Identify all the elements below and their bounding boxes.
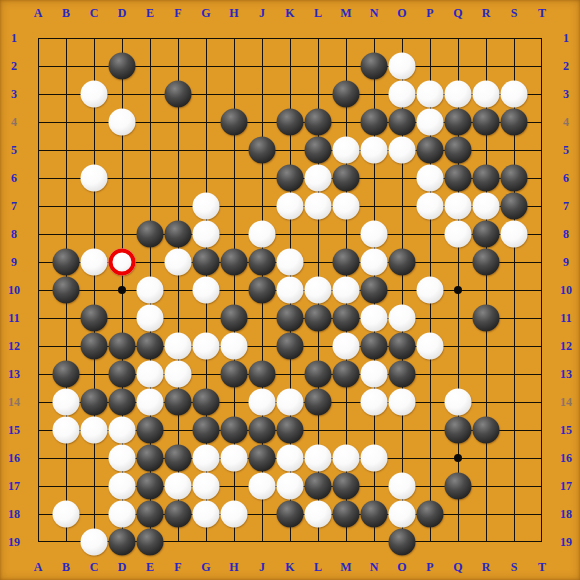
row-label-left-17: 17 <box>2 479 26 493</box>
stone-black-E18[interactable] <box>137 501 164 528</box>
stone-black-G14[interactable] <box>193 389 220 416</box>
stone-black-C14[interactable] <box>81 389 108 416</box>
stone-white-M7[interactable] <box>333 193 360 220</box>
column-label-top-P: P <box>418 6 442 20</box>
stone-white-D17[interactable] <box>109 473 136 500</box>
stone-black-J9[interactable] <box>249 249 276 276</box>
stone-black-H11[interactable] <box>221 305 248 332</box>
stone-white-K9[interactable] <box>277 249 304 276</box>
row-label-right-11: 11 <box>554 311 578 325</box>
stone-black-P18[interactable] <box>417 501 444 528</box>
column-label-top-H: H <box>222 6 246 20</box>
row-label-left-11: 11 <box>2 311 26 325</box>
column-label-top-O: O <box>390 6 414 20</box>
row-label-left-15: 15 <box>2 423 26 437</box>
row-label-right-12: 12 <box>554 339 578 353</box>
stone-black-D13[interactable] <box>109 361 136 388</box>
stone-white-N16[interactable] <box>361 445 388 472</box>
stone-black-E16[interactable] <box>137 445 164 472</box>
stone-white-D16[interactable] <box>109 445 136 472</box>
stone-black-O12[interactable] <box>389 333 416 360</box>
stone-white-O18[interactable] <box>389 501 416 528</box>
row-label-left-4: 4 <box>2 115 26 129</box>
stone-black-R8[interactable] <box>473 221 500 248</box>
column-label-bottom-R: R <box>474 560 498 574</box>
column-label-bottom-A: A <box>26 560 50 574</box>
stone-white-L16[interactable] <box>305 445 332 472</box>
row-label-right-4: 4 <box>554 115 578 129</box>
stone-black-F16[interactable] <box>165 445 192 472</box>
stone-black-J10[interactable] <box>249 277 276 304</box>
column-label-bottom-N: N <box>362 560 386 574</box>
column-label-top-M: M <box>334 6 358 20</box>
row-label-left-6: 6 <box>2 171 26 185</box>
stone-white-L6[interactable] <box>305 165 332 192</box>
stone-black-R15[interactable] <box>473 417 500 444</box>
stone-black-L5[interactable] <box>305 137 332 164</box>
stone-black-N2[interactable] <box>361 53 388 80</box>
stone-white-B14[interactable] <box>53 389 80 416</box>
stone-black-M17[interactable] <box>333 473 360 500</box>
stone-white-P7[interactable] <box>417 193 444 220</box>
row-label-right-13: 13 <box>554 367 578 381</box>
stone-black-L13[interactable] <box>305 361 332 388</box>
row-label-right-19: 19 <box>554 535 578 549</box>
stone-black-Q4[interactable] <box>445 109 472 136</box>
column-label-bottom-T: T <box>530 560 554 574</box>
row-label-right-15: 15 <box>554 423 578 437</box>
stone-white-K14[interactable] <box>277 389 304 416</box>
column-label-top-G: G <box>194 6 218 20</box>
column-label-top-R: R <box>474 6 498 20</box>
row-label-left-18: 18 <box>2 507 26 521</box>
row-label-left-16: 16 <box>2 451 26 465</box>
stone-white-H18[interactable] <box>221 501 248 528</box>
stone-black-R11[interactable] <box>473 305 500 332</box>
stone-black-S7[interactable] <box>501 193 528 220</box>
stone-white-G10[interactable] <box>193 277 220 304</box>
stone-white-F12[interactable] <box>165 333 192 360</box>
last-move-marker <box>109 249 136 276</box>
stone-black-L4[interactable] <box>305 109 332 136</box>
stone-white-Q14[interactable] <box>445 389 472 416</box>
stone-white-R3[interactable] <box>473 81 500 108</box>
stone-white-E10[interactable] <box>137 277 164 304</box>
stone-white-C15[interactable] <box>81 417 108 444</box>
stone-white-L7[interactable] <box>305 193 332 220</box>
row-label-left-19: 19 <box>2 535 26 549</box>
stone-white-D18[interactable] <box>109 501 136 528</box>
stone-white-F9[interactable] <box>165 249 192 276</box>
row-label-right-9: 9 <box>554 255 578 269</box>
column-label-bottom-G: G <box>194 560 218 574</box>
row-label-left-9: 9 <box>2 255 26 269</box>
stone-white-P10[interactable] <box>417 277 444 304</box>
stone-white-O17[interactable] <box>389 473 416 500</box>
column-label-bottom-L: L <box>306 560 330 574</box>
stone-white-P12[interactable] <box>417 333 444 360</box>
stone-white-C9[interactable] <box>81 249 108 276</box>
stone-black-H4[interactable] <box>221 109 248 136</box>
column-label-top-Q: Q <box>446 6 470 20</box>
stone-white-J8[interactable] <box>249 221 276 248</box>
column-label-top-N: N <box>362 6 386 20</box>
column-label-bottom-E: E <box>138 560 162 574</box>
row-label-right-5: 5 <box>554 143 578 157</box>
stone-white-O14[interactable] <box>389 389 416 416</box>
star-point-Q10 <box>454 286 462 294</box>
stone-black-E12[interactable] <box>137 333 164 360</box>
stone-black-M11[interactable] <box>333 305 360 332</box>
stone-white-Q3[interactable] <box>445 81 472 108</box>
stone-white-L18[interactable] <box>305 501 332 528</box>
stone-black-D14[interactable] <box>109 389 136 416</box>
stone-black-F3[interactable] <box>165 81 192 108</box>
stone-white-N9[interactable] <box>361 249 388 276</box>
stone-white-M10[interactable] <box>333 277 360 304</box>
stone-black-R6[interactable] <box>473 165 500 192</box>
stone-black-S4[interactable] <box>501 109 528 136</box>
row-label-left-5: 5 <box>2 143 26 157</box>
stone-black-L11[interactable] <box>305 305 332 332</box>
stone-black-G15[interactable] <box>193 417 220 444</box>
stone-black-B9[interactable] <box>53 249 80 276</box>
stone-black-M13[interactable] <box>333 361 360 388</box>
stone-white-G7[interactable] <box>193 193 220 220</box>
stone-white-E13[interactable] <box>137 361 164 388</box>
stone-black-E19[interactable] <box>137 529 164 556</box>
stone-white-R7[interactable] <box>473 193 500 220</box>
stone-black-K6[interactable] <box>277 165 304 192</box>
stone-white-C3[interactable] <box>81 81 108 108</box>
stone-white-L10[interactable] <box>305 277 332 304</box>
row-label-left-7: 7 <box>2 199 26 213</box>
row-label-left-14: 14 <box>2 395 26 409</box>
column-label-bottom-Q: Q <box>446 560 470 574</box>
stone-white-N11[interactable] <box>361 305 388 332</box>
stone-black-P5[interactable] <box>417 137 444 164</box>
stone-white-F17[interactable] <box>165 473 192 500</box>
row-label-right-8: 8 <box>554 227 578 241</box>
stone-white-M16[interactable] <box>333 445 360 472</box>
stone-black-J5[interactable] <box>249 137 276 164</box>
row-label-left-10: 10 <box>2 283 26 297</box>
row-label-right-18: 18 <box>554 507 578 521</box>
stone-white-C19[interactable] <box>81 529 108 556</box>
column-label-top-D: D <box>110 6 134 20</box>
stone-black-O4[interactable] <box>389 109 416 136</box>
stone-black-O19[interactable] <box>389 529 416 556</box>
stone-white-G18[interactable] <box>193 501 220 528</box>
stone-black-H15[interactable] <box>221 417 248 444</box>
row-label-left-1: 1 <box>2 31 26 45</box>
row-label-left-2: 2 <box>2 59 26 73</box>
star-point-D10 <box>118 286 126 294</box>
stone-black-C11[interactable] <box>81 305 108 332</box>
column-label-bottom-K: K <box>278 560 302 574</box>
row-label-right-3: 3 <box>554 87 578 101</box>
stone-black-Q5[interactable] <box>445 137 472 164</box>
row-label-right-16: 16 <box>554 451 578 465</box>
stone-white-K17[interactable] <box>277 473 304 500</box>
stone-white-Q8[interactable] <box>445 221 472 248</box>
stone-white-F13[interactable] <box>165 361 192 388</box>
stone-black-K18[interactable] <box>277 501 304 528</box>
column-label-bottom-B: B <box>54 560 78 574</box>
column-label-top-C: C <box>82 6 106 20</box>
stone-black-K4[interactable] <box>277 109 304 136</box>
stone-black-F8[interactable] <box>165 221 192 248</box>
column-label-bottom-F: F <box>166 560 190 574</box>
stone-white-O2[interactable] <box>389 53 416 80</box>
stone-black-J13[interactable] <box>249 361 276 388</box>
stone-black-M6[interactable] <box>333 165 360 192</box>
column-label-top-K: K <box>278 6 302 20</box>
stone-black-R9[interactable] <box>473 249 500 276</box>
column-label-bottom-M: M <box>334 560 358 574</box>
stone-white-J17[interactable] <box>249 473 276 500</box>
stone-black-N18[interactable] <box>361 501 388 528</box>
stone-white-D15[interactable] <box>109 417 136 444</box>
stone-black-K11[interactable] <box>277 305 304 332</box>
stone-black-N4[interactable] <box>361 109 388 136</box>
stone-black-Q17[interactable] <box>445 473 472 500</box>
row-label-left-3: 3 <box>2 87 26 101</box>
column-label-top-S: S <box>502 6 526 20</box>
stone-black-O9[interactable] <box>389 249 416 276</box>
stone-black-K15[interactable] <box>277 417 304 444</box>
row-label-right-2: 2 <box>554 59 578 73</box>
row-label-right-10: 10 <box>554 283 578 297</box>
stone-black-B10[interactable] <box>53 277 80 304</box>
stone-white-P6[interactable] <box>417 165 444 192</box>
stone-black-N12[interactable] <box>361 333 388 360</box>
stone-black-E17[interactable] <box>137 473 164 500</box>
stone-white-S8[interactable] <box>501 221 528 248</box>
stone-black-F14[interactable] <box>165 389 192 416</box>
row-label-left-13: 13 <box>2 367 26 381</box>
row-label-left-12: 12 <box>2 339 26 353</box>
stone-white-K16[interactable] <box>277 445 304 472</box>
stone-black-M3[interactable] <box>333 81 360 108</box>
stone-white-H16[interactable] <box>221 445 248 472</box>
column-label-bottom-P: P <box>418 560 442 574</box>
stone-white-N5[interactable] <box>361 137 388 164</box>
stone-white-O11[interactable] <box>389 305 416 332</box>
column-label-bottom-C: C <box>82 560 106 574</box>
stone-black-L17[interactable] <box>305 473 332 500</box>
stone-white-B18[interactable] <box>53 501 80 528</box>
stone-white-B15[interactable] <box>53 417 80 444</box>
row-label-right-7: 7 <box>554 199 578 213</box>
stone-white-G12[interactable] <box>193 333 220 360</box>
star-point-Q16 <box>454 454 462 462</box>
stone-white-K7[interactable] <box>277 193 304 220</box>
stone-black-E15[interactable] <box>137 417 164 444</box>
column-label-top-L: L <box>306 6 330 20</box>
column-label-bottom-D: D <box>110 560 134 574</box>
stone-black-N10[interactable] <box>361 277 388 304</box>
stone-white-G16[interactable] <box>193 445 220 472</box>
stone-white-J14[interactable] <box>249 389 276 416</box>
stone-white-H12[interactable] <box>221 333 248 360</box>
stone-white-N13[interactable] <box>361 361 388 388</box>
stone-black-H9[interactable] <box>221 249 248 276</box>
column-label-top-F: F <box>166 6 190 20</box>
stone-black-Q6[interactable] <box>445 165 472 192</box>
stone-black-D19[interactable] <box>109 529 136 556</box>
column-label-bottom-O: O <box>390 560 414 574</box>
stone-black-E8[interactable] <box>137 221 164 248</box>
stone-white-Q7[interactable] <box>445 193 472 220</box>
stone-white-K10[interactable] <box>277 277 304 304</box>
stone-black-S6[interactable] <box>501 165 528 192</box>
stone-black-J15[interactable] <box>249 417 276 444</box>
stone-white-M5[interactable] <box>333 137 360 164</box>
row-label-right-14: 14 <box>554 395 578 409</box>
stone-black-K12[interactable] <box>277 333 304 360</box>
row-label-left-8: 8 <box>2 227 26 241</box>
stone-white-N8[interactable] <box>361 221 388 248</box>
column-label-bottom-J: J <box>250 560 274 574</box>
stone-black-D12[interactable] <box>109 333 136 360</box>
board[interactable]: AABBCCDDEEFFGGHHJJKKLLMMNNOOPPQQRRSSTT11… <box>0 0 580 580</box>
stone-white-O5[interactable] <box>389 137 416 164</box>
stone-white-M12[interactable] <box>333 333 360 360</box>
stone-black-M9[interactable] <box>333 249 360 276</box>
stone-white-D4[interactable] <box>109 109 136 136</box>
stone-black-G9[interactable] <box>193 249 220 276</box>
stone-white-G17[interactable] <box>193 473 220 500</box>
stone-black-D2[interactable] <box>109 53 136 80</box>
stone-black-Q15[interactable] <box>445 417 472 444</box>
stone-black-M18[interactable] <box>333 501 360 528</box>
row-label-right-6: 6 <box>554 171 578 185</box>
stone-black-C12[interactable] <box>81 333 108 360</box>
stone-black-H13[interactable] <box>221 361 248 388</box>
stone-white-C6[interactable] <box>81 165 108 192</box>
stone-white-N14[interactable] <box>361 389 388 416</box>
stone-white-O3[interactable] <box>389 81 416 108</box>
stone-white-E14[interactable] <box>137 389 164 416</box>
row-label-right-1: 1 <box>554 31 578 45</box>
stone-white-S3[interactable] <box>501 81 528 108</box>
stone-white-P4[interactable] <box>417 109 444 136</box>
row-label-right-17: 17 <box>554 479 578 493</box>
stone-white-G8[interactable] <box>193 221 220 248</box>
column-label-top-T: T <box>530 6 554 20</box>
stone-black-R4[interactable] <box>473 109 500 136</box>
stone-black-O13[interactable] <box>389 361 416 388</box>
column-label-top-B: B <box>54 6 78 20</box>
column-label-bottom-H: H <box>222 560 246 574</box>
stone-black-B13[interactable] <box>53 361 80 388</box>
stone-black-J16[interactable] <box>249 445 276 472</box>
stone-white-E11[interactable] <box>137 305 164 332</box>
stone-black-L14[interactable] <box>305 389 332 416</box>
column-label-top-J: J <box>250 6 274 20</box>
column-label-bottom-S: S <box>502 560 526 574</box>
stone-white-P3[interactable] <box>417 81 444 108</box>
column-label-top-A: A <box>26 6 50 20</box>
column-label-top-E: E <box>138 6 162 20</box>
stone-black-F18[interactable] <box>165 501 192 528</box>
